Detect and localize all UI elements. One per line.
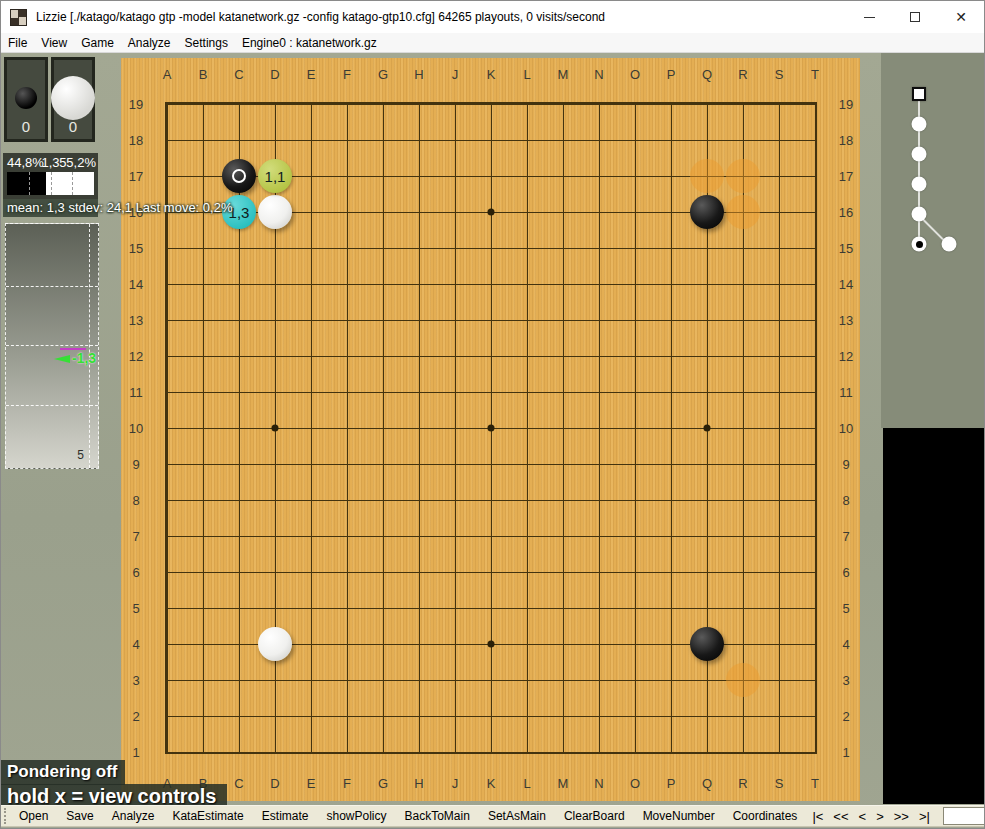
stone-white-D16 [258, 195, 292, 229]
coord-label-right: 14 [839, 277, 853, 292]
coord-label-right: 17 [839, 169, 853, 184]
coord-label-right: 15 [839, 241, 853, 256]
coord-label-left: 19 [129, 97, 143, 112]
stone-black-C17 [222, 159, 256, 193]
coord-label-bottom: P [667, 776, 676, 791]
star-point [488, 209, 495, 216]
coord-label-left: 18 [129, 133, 143, 148]
coord-label-top: F [343, 67, 351, 82]
tree-move-node[interactable] [912, 207, 927, 222]
coord-label-left: 9 [132, 457, 139, 472]
pondering-status: Pondering off [1, 760, 125, 785]
coord-label-top: S [775, 67, 784, 82]
window-controls: ✕ [846, 1, 984, 33]
nav-forward-button[interactable]: > [871, 807, 889, 826]
coord-label-left: 8 [132, 493, 139, 508]
coord-label-top: L [523, 67, 530, 82]
coord-label-right: 13 [839, 313, 853, 328]
nav-first-button[interactable]: |< [807, 807, 828, 826]
coord-label-bottom: O [630, 776, 640, 791]
menu-bar: FileViewGameAnalyzeSettingsEngine0 : kat… [1, 33, 984, 53]
coord-label-left: 13 [129, 313, 143, 328]
menu-item-settings[interactable]: Settings [178, 34, 235, 52]
coord-label-left: 15 [129, 241, 143, 256]
winrate-bar [7, 172, 94, 195]
menu-item-view[interactable]: View [34, 34, 74, 52]
coord-label-bottom: H [414, 776, 423, 791]
toolbar-button-showpolicy[interactable]: showPolicy [318, 807, 394, 825]
coord-label-top: O [630, 67, 640, 82]
nav-forward10-button[interactable]: >> [889, 807, 914, 826]
current-node-dot [916, 241, 923, 248]
graph-axis-label: 5 [77, 448, 84, 462]
coord-label-left: 11 [129, 385, 143, 400]
white-stone-icon [51, 76, 95, 120]
coord-label-right: 8 [842, 493, 849, 508]
coord-label-left: 10 [129, 421, 143, 436]
coord-label-top: T [811, 67, 819, 82]
coord-label-bottom: L [523, 776, 530, 791]
tree-move-node[interactable] [912, 117, 927, 132]
nav-last-button[interactable]: >| [914, 807, 935, 826]
minimize-icon [864, 17, 875, 18]
menu-item-game[interactable]: Game [74, 34, 121, 52]
toolbar-button-analyze[interactable]: Analyze [104, 807, 163, 825]
window-title: Lizzie [./katago/katago gtp -model katan… [36, 10, 605, 24]
coord-label-bottom: K [487, 776, 496, 791]
coord-label-bottom: G [378, 776, 388, 791]
tree-move-node[interactable] [912, 147, 927, 162]
coord-label-right: 18 [839, 133, 853, 148]
coord-label-top: E [307, 67, 316, 82]
nav-back10-button[interactable]: << [828, 807, 853, 826]
winrate-bar-black [7, 172, 46, 195]
menu-item-engine0[interactable]: Engine0 : katanetwork.gz [235, 34, 384, 52]
variation-tree[interactable] [881, 53, 985, 428]
comment-panel [883, 428, 985, 804]
coord-label-bottom: R [738, 776, 747, 791]
coord-label-left: 3 [132, 673, 139, 688]
coord-label-top: J [452, 67, 459, 82]
winrate-gridline [51, 172, 52, 195]
graph-gridline [6, 345, 98, 346]
policy-hint-R17 [726, 159, 760, 193]
toolbar-drag-handle[interactable] [4, 808, 6, 824]
policy-hint-R16 [726, 195, 760, 229]
coord-label-right: 12 [839, 349, 853, 364]
graph-score-label: -1,3 [72, 350, 96, 366]
coord-label-right: 11 [839, 385, 853, 400]
tree-move-node[interactable] [912, 177, 927, 192]
stone-black-Q16 [690, 195, 724, 229]
toolbar-button-estimate[interactable]: Estimate [254, 807, 317, 825]
go-board[interactable]: AABBCCDDEEFFGGHHJJKKLLMMNNOOPPQQRRSSTT19… [121, 58, 860, 801]
black-capture-count: 0 [7, 118, 45, 135]
toolbar-button-save[interactable]: Save [58, 807, 101, 825]
suggestion-D17[interactable]: 1,1 [258, 159, 292, 193]
star-point [704, 425, 711, 432]
close-icon: ✕ [955, 10, 967, 24]
nav-back-button[interactable]: < [854, 807, 872, 826]
policy-hint-Q17 [690, 159, 724, 193]
coord-label-top: C [234, 67, 243, 82]
coord-label-right: 4 [842, 637, 849, 652]
white-winrate: 55,2% [59, 155, 96, 170]
tree-branch-node[interactable] [942, 237, 957, 252]
coord-label-bottom: N [594, 776, 603, 791]
coord-label-right: 6 [842, 565, 849, 580]
coord-label-left: 14 [129, 277, 143, 292]
toolbar-button-setasmain[interactable]: SetAsMain [480, 807, 554, 825]
graph-cursor-line [89, 224, 90, 468]
coord-label-top: H [414, 67, 423, 82]
star-point [488, 425, 495, 432]
star-point [488, 641, 495, 648]
winrate-gridline [72, 172, 73, 195]
coord-label-bottom: C [234, 776, 243, 791]
bottom-toolbar: OpenSaveAnalyzeKataEstimateEstimateshowP… [1, 805, 985, 827]
analysis-stats: mean: 1,3 stdev: 24,1 Last move: 0,2% [7, 200, 232, 215]
coord-label-top: A [163, 67, 172, 82]
coord-label-right: 19 [839, 97, 853, 112]
coord-label-right: 7 [842, 529, 849, 544]
coord-label-left: 2 [132, 709, 139, 724]
coord-label-top: Q [702, 67, 712, 82]
coord-label-left: 12 [129, 349, 143, 364]
toolbar-button-clearboard[interactable]: ClearBoard [556, 807, 633, 825]
coord-label-right: 9 [842, 457, 849, 472]
menu-item-analyze[interactable]: Analyze [121, 34, 178, 52]
policy-hint-R3 [726, 663, 760, 697]
stone-white-D4 [258, 627, 292, 661]
last-move-marker [232, 169, 246, 183]
coord-label-left: 5 [132, 601, 139, 616]
coord-label-bottom: T [811, 776, 819, 791]
close-button[interactable]: ✕ [938, 1, 984, 33]
black-winrate: 44,8% [7, 155, 44, 170]
score-lead: 1,3 [41, 155, 59, 170]
tree-root-node[interactable] [912, 87, 926, 101]
coord-label-right: 2 [842, 709, 849, 724]
winrate-graph[interactable]: -1,3 5 [5, 223, 99, 469]
graph-arrow-icon [54, 355, 70, 363]
coord-label-left: 4 [132, 637, 139, 652]
toolbar-button-movenumber[interactable]: MoveNumber [635, 807, 723, 825]
coord-label-top: P [667, 67, 676, 82]
stone-black-Q4 [690, 627, 724, 661]
black-stone-icon [15, 87, 37, 109]
minimize-button[interactable] [846, 1, 892, 33]
toolbar-button-kataestimate[interactable]: KataEstimate [164, 807, 251, 825]
coord-label-bottom: Q [702, 776, 712, 791]
goto-move-input[interactable] [943, 807, 985, 825]
coord-label-left: 7 [132, 529, 139, 544]
star-point [272, 425, 279, 432]
coord-label-top: R [738, 67, 747, 82]
maximize-button[interactable] [892, 1, 938, 33]
title-bar: Lizzie [./katago/katago gtp -model katan… [1, 1, 984, 33]
coord-label-left: 1 [132, 745, 139, 760]
graph-gridline [6, 286, 98, 287]
coord-label-top: G [378, 67, 388, 82]
coord-label-top: D [270, 67, 279, 82]
white-capture-count: 0 [54, 118, 92, 135]
coord-label-bottom: S [775, 776, 784, 791]
winrate-gridline [29, 172, 30, 195]
maximize-icon [910, 12, 920, 22]
coord-label-top: N [594, 67, 603, 82]
lizzie-window: Lizzie [./katago/katago gtp -model katan… [0, 0, 985, 829]
coord-label-left: 6 [132, 565, 139, 580]
coord-label-bottom: M [558, 776, 569, 791]
coord-label-top: B [199, 67, 208, 82]
toolbar-button-open[interactable]: Open [11, 807, 56, 825]
coord-label-right: 1 [842, 745, 849, 760]
coord-label-right: 16 [839, 205, 853, 220]
coord-label-top: M [558, 67, 569, 82]
coord-label-bottom: F [343, 776, 351, 791]
coord-label-left: 17 [129, 169, 143, 184]
black-captures-panel: 0 [4, 57, 48, 142]
app-icon [10, 9, 27, 26]
menu-item-file[interactable]: File [1, 34, 34, 52]
coord-label-top: K [487, 67, 496, 82]
coord-label-right: 5 [842, 601, 849, 616]
coord-label-bottom: J [452, 776, 459, 791]
coord-label-right: 10 [839, 421, 853, 436]
winrate-panel: 44,8% 1,3 55,2% [3, 153, 98, 199]
coord-label-bottom: E [307, 776, 316, 791]
white-captures-panel: 0 [51, 57, 95, 142]
coord-label-bottom: D [270, 776, 279, 791]
coord-label-right: 3 [842, 673, 849, 688]
tree-current-node[interactable] [912, 237, 927, 252]
toolbar-button-coordinates[interactable]: Coordinates [725, 807, 806, 825]
toolbar-button-backtomain[interactable]: BackToMain [397, 807, 478, 825]
graph-gridline [6, 405, 98, 406]
